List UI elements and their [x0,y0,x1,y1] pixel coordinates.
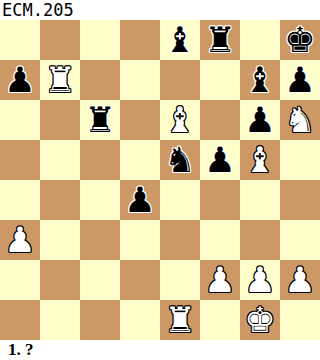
square-g8[interactable] [240,20,280,60]
square-a3[interactable]: ♟ [0,220,40,260]
square-c3[interactable] [80,220,120,260]
square-d1[interactable] [120,300,160,340]
square-f8[interactable]: ♜ [200,20,240,60]
black-rook[interactable]: ♜ [204,20,235,60]
diagram-title: ECM.205 [0,0,320,20]
square-d2[interactable] [120,260,160,300]
square-f7[interactable] [200,60,240,100]
square-b6[interactable] [40,100,80,140]
square-a7[interactable]: ♟ [0,60,40,100]
square-a1[interactable] [0,300,40,340]
white-king[interactable]: ♚ [244,300,275,340]
square-f3[interactable] [200,220,240,260]
chess-board: ♝♜♚♟♜♝♟♜♝♟♞♞♟♝♟♟♟♟♟♜♚ [0,20,320,340]
square-e5[interactable]: ♞ [160,140,200,180]
white-rook[interactable]: ♜ [44,60,75,100]
square-d5[interactable] [120,140,160,180]
white-knight[interactable]: ♞ [284,100,315,140]
square-g6[interactable]: ♟ [240,100,280,140]
square-a6[interactable] [0,100,40,140]
square-f1[interactable] [200,300,240,340]
white-bishop[interactable]: ♝ [164,100,195,140]
black-pawn[interactable]: ♟ [204,140,235,180]
square-e8[interactable]: ♝ [160,20,200,60]
square-h8[interactable]: ♚ [280,20,320,60]
square-h7[interactable]: ♟ [280,60,320,100]
square-d7[interactable] [120,60,160,100]
square-g3[interactable] [240,220,280,260]
black-pawn[interactable]: ♟ [124,180,155,220]
square-f4[interactable] [200,180,240,220]
square-b1[interactable] [40,300,80,340]
square-a5[interactable] [0,140,40,180]
square-f5[interactable]: ♟ [200,140,240,180]
square-h3[interactable] [280,220,320,260]
square-e7[interactable] [160,60,200,100]
white-pawn[interactable]: ♟ [204,260,235,300]
square-d4[interactable]: ♟ [120,180,160,220]
white-rook[interactable]: ♜ [164,300,195,340]
square-h4[interactable] [280,180,320,220]
square-b2[interactable] [40,260,80,300]
square-h5[interactable] [280,140,320,180]
square-g1[interactable]: ♚ [240,300,280,340]
square-g2[interactable]: ♟ [240,260,280,300]
black-pawn[interactable]: ♟ [284,60,315,100]
square-c1[interactable] [80,300,120,340]
black-rook[interactable]: ♜ [84,100,115,140]
black-pawn[interactable]: ♟ [4,60,35,100]
square-a8[interactable] [0,20,40,60]
square-b4[interactable] [40,180,80,220]
square-b3[interactable] [40,220,80,260]
square-g7[interactable]: ♝ [240,60,280,100]
square-c6[interactable]: ♜ [80,100,120,140]
white-pawn[interactable]: ♟ [244,260,275,300]
square-a4[interactable] [0,180,40,220]
square-d3[interactable] [120,220,160,260]
square-c2[interactable] [80,260,120,300]
square-e3[interactable] [160,220,200,260]
square-b5[interactable] [40,140,80,180]
square-e4[interactable] [160,180,200,220]
square-h1[interactable] [280,300,320,340]
square-e6[interactable]: ♝ [160,100,200,140]
black-knight[interactable]: ♞ [164,140,195,180]
white-pawn[interactable]: ♟ [4,220,35,260]
move-prompt: 1. ? [0,340,320,360]
white-pawn[interactable]: ♟ [284,260,315,300]
square-c4[interactable] [80,180,120,220]
square-d8[interactable] [120,20,160,60]
white-bishop[interactable]: ♝ [244,140,275,180]
square-c7[interactable] [80,60,120,100]
black-bishop[interactable]: ♝ [164,20,195,60]
square-c5[interactable] [80,140,120,180]
square-f6[interactable] [200,100,240,140]
square-a2[interactable] [0,260,40,300]
square-c8[interactable] [80,20,120,60]
square-b8[interactable] [40,20,80,60]
square-g4[interactable] [240,180,280,220]
square-e1[interactable]: ♜ [160,300,200,340]
square-e2[interactable] [160,260,200,300]
black-king[interactable]: ♚ [284,20,315,60]
square-b7[interactable]: ♜ [40,60,80,100]
square-h6[interactable]: ♞ [280,100,320,140]
square-g5[interactable]: ♝ [240,140,280,180]
square-h2[interactable]: ♟ [280,260,320,300]
square-d6[interactable] [120,100,160,140]
square-f2[interactable]: ♟ [200,260,240,300]
black-pawn[interactable]: ♟ [244,100,275,140]
black-bishop[interactable]: ♝ [244,60,275,100]
